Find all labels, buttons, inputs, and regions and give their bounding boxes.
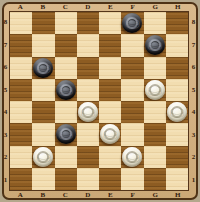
square-e6[interactable] [99, 57, 121, 79]
board: ⛂⛂⛂⛂⛀⛀⛀⛂⛀⛀⛀ [9, 11, 189, 191]
white-man-glyph: ⛀ [36, 147, 51, 167]
square-h2[interactable] [166, 146, 188, 168]
square-f5[interactable] [121, 79, 143, 101]
square-a6[interactable] [10, 57, 32, 79]
square-e2[interactable] [99, 146, 121, 168]
square-e5[interactable] [99, 79, 121, 101]
square-b4[interactable] [32, 101, 54, 123]
black-man-glyph: ⛂ [36, 58, 51, 78]
square-d1[interactable] [77, 168, 99, 190]
square-b6[interactable]: ⛂ [32, 57, 54, 79]
black-man-glyph: ⛂ [58, 80, 73, 100]
square-d3[interactable] [77, 123, 99, 145]
square-f7[interactable] [121, 34, 143, 56]
white-man-g5[interactable]: ⛀ [145, 80, 165, 100]
black-man-glyph: ⛂ [58, 124, 73, 144]
square-f2[interactable]: ⛀ [121, 146, 143, 168]
square-a2[interactable] [10, 146, 32, 168]
white-man-glyph: ⛀ [147, 80, 162, 100]
square-g4[interactable] [144, 101, 166, 123]
square-a3[interactable] [10, 123, 32, 145]
black-man-g7[interactable]: ⛂ [145, 35, 165, 55]
square-g7[interactable]: ⛂ [144, 34, 166, 56]
black-man-glyph: ⛂ [147, 35, 162, 55]
square-g2[interactable] [144, 146, 166, 168]
square-f4[interactable] [121, 101, 143, 123]
checkers-board-screenshot: ABCDEFGH 87654321 87654321 ABCDEFGH ⛂⛂⛂⛂… [0, 0, 200, 202]
black-man-c3[interactable]: ⛂ [56, 124, 76, 144]
square-b3[interactable] [32, 123, 54, 145]
white-man-glyph: ⛀ [80, 102, 95, 122]
white-man-d4[interactable]: ⛀ [78, 102, 98, 122]
white-man-glyph: ⛀ [125, 147, 140, 167]
black-man-c5[interactable]: ⛂ [56, 80, 76, 100]
square-g1[interactable] [144, 168, 166, 190]
square-h1[interactable] [166, 168, 188, 190]
square-b1[interactable] [32, 168, 54, 190]
square-g8[interactable] [144, 12, 166, 34]
square-e3[interactable]: ⛀ [99, 123, 121, 145]
square-c4[interactable] [55, 101, 77, 123]
square-f3[interactable] [121, 123, 143, 145]
white-man-e3[interactable]: ⛀ [100, 124, 120, 144]
square-c1[interactable] [55, 168, 77, 190]
square-b7[interactable] [32, 34, 54, 56]
square-d4[interactable]: ⛀ [77, 101, 99, 123]
square-b5[interactable] [32, 79, 54, 101]
square-c6[interactable] [55, 57, 77, 79]
square-c3[interactable]: ⛂ [55, 123, 77, 145]
square-e7[interactable] [99, 34, 121, 56]
square-d6[interactable] [77, 57, 99, 79]
white-man-f2[interactable]: ⛀ [122, 147, 142, 167]
square-g3[interactable] [144, 123, 166, 145]
square-a4[interactable] [10, 101, 32, 123]
black-man-f8[interactable]: ⛂ [122, 13, 142, 33]
square-c2[interactable] [55, 146, 77, 168]
square-a8[interactable] [10, 12, 32, 34]
square-h7[interactable] [166, 34, 188, 56]
square-c5[interactable]: ⛂ [55, 79, 77, 101]
square-b8[interactable] [32, 12, 54, 34]
square-h3[interactable] [166, 123, 188, 145]
square-d5[interactable] [77, 79, 99, 101]
black-man-glyph: ⛂ [125, 13, 140, 33]
black-man-b6[interactable]: ⛂ [33, 58, 53, 78]
square-e4[interactable] [99, 101, 121, 123]
white-man-glyph: ⛀ [103, 124, 118, 144]
square-a7[interactable] [10, 34, 32, 56]
square-c8[interactable] [55, 12, 77, 34]
square-a5[interactable] [10, 79, 32, 101]
square-d2[interactable] [77, 146, 99, 168]
square-d7[interactable] [77, 34, 99, 56]
square-a1[interactable] [10, 168, 32, 190]
square-f1[interactable] [121, 168, 143, 190]
square-e1[interactable] [99, 168, 121, 190]
square-g5[interactable]: ⛀ [144, 79, 166, 101]
square-h4[interactable]: ⛀ [166, 101, 188, 123]
square-g6[interactable] [144, 57, 166, 79]
white-man-h4[interactable]: ⛀ [167, 102, 187, 122]
square-h5[interactable] [166, 79, 188, 101]
square-b2[interactable]: ⛀ [32, 146, 54, 168]
square-e8[interactable] [99, 12, 121, 34]
square-f6[interactable] [121, 57, 143, 79]
square-f8[interactable]: ⛂ [121, 12, 143, 34]
square-d8[interactable] [77, 12, 99, 34]
square-h8[interactable] [166, 12, 188, 34]
square-h6[interactable] [166, 57, 188, 79]
white-man-b2[interactable]: ⛀ [33, 147, 53, 167]
square-c7[interactable] [55, 34, 77, 56]
white-man-glyph: ⛀ [169, 102, 184, 122]
